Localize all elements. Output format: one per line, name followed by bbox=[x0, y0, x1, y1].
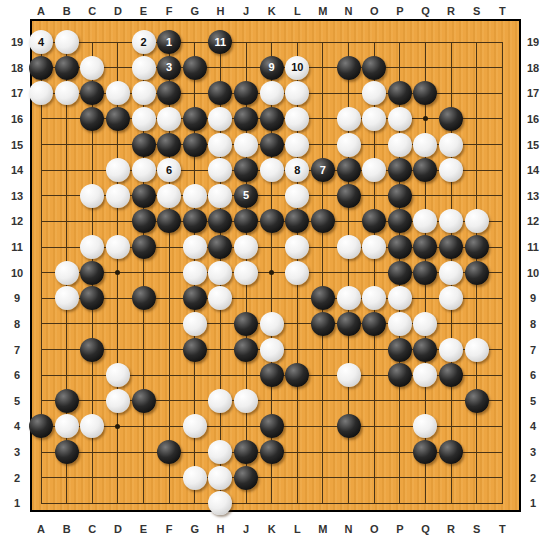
stone-K4[interactable] bbox=[260, 414, 284, 438]
col-label-top-E: E bbox=[140, 5, 147, 17]
stone-L16[interactable] bbox=[285, 107, 309, 131]
stone-K17[interactable] bbox=[260, 81, 284, 105]
stone-C10[interactable] bbox=[80, 261, 104, 285]
row-label-left-19: 19 bbox=[11, 36, 23, 48]
stone-K14[interactable] bbox=[260, 158, 284, 182]
stone-E14[interactable] bbox=[132, 158, 156, 182]
col-label-top-P: P bbox=[396, 5, 403, 17]
stone-Q15[interactable] bbox=[413, 133, 437, 157]
col-label-bottom-P: P bbox=[396, 523, 403, 535]
col-label-bottom-L: L bbox=[294, 523, 301, 535]
row-label-right-5: 5 bbox=[530, 395, 536, 407]
row-label-right-17: 17 bbox=[527, 87, 539, 99]
stone-L12[interactable] bbox=[285, 209, 309, 233]
stone-N11[interactable] bbox=[337, 235, 361, 259]
stone-K7[interactable] bbox=[260, 338, 284, 362]
stone-K18[interactable]: 9 bbox=[260, 56, 284, 80]
go-game-diagram: 4211139106875 AABBCCDDEEFFGGHHJJKKLLMMNN… bbox=[0, 0, 550, 550]
row-label-right-19: 19 bbox=[527, 36, 539, 48]
col-label-top-Q: Q bbox=[421, 5, 430, 17]
stone-E18[interactable] bbox=[132, 56, 156, 80]
stone-E17[interactable] bbox=[132, 81, 156, 105]
stone-H1[interactable] bbox=[208, 491, 232, 515]
move-number-1: 1 bbox=[166, 37, 172, 48]
stone-D11[interactable] bbox=[106, 235, 130, 259]
col-label-bottom-G: G bbox=[190, 523, 199, 535]
stone-P17[interactable] bbox=[388, 81, 412, 105]
stone-C18[interactable] bbox=[80, 56, 104, 80]
stone-F13[interactable] bbox=[157, 184, 181, 208]
stone-G2[interactable] bbox=[183, 466, 207, 490]
stone-G15[interactable] bbox=[183, 133, 207, 157]
grid-line-horizontal bbox=[41, 503, 503, 504]
stone-S7[interactable] bbox=[465, 338, 489, 362]
move-number-9: 9 bbox=[269, 62, 275, 73]
row-label-right-2: 2 bbox=[530, 472, 536, 484]
row-label-right-10: 10 bbox=[527, 267, 539, 279]
row-label-left-5: 5 bbox=[14, 395, 20, 407]
stone-J8[interactable] bbox=[234, 312, 258, 336]
stone-G11[interactable] bbox=[183, 235, 207, 259]
stone-A19[interactable]: 4 bbox=[29, 30, 53, 54]
stone-N6[interactable] bbox=[337, 363, 361, 387]
col-label-bottom-F: F bbox=[166, 523, 173, 535]
stone-F15[interactable] bbox=[157, 133, 181, 157]
stone-Q17[interactable] bbox=[413, 81, 437, 105]
stone-E12[interactable] bbox=[132, 209, 156, 233]
stone-L17[interactable] bbox=[285, 81, 309, 105]
row-label-right-3: 3 bbox=[530, 446, 536, 458]
stone-E13[interactable] bbox=[132, 184, 156, 208]
stone-B9[interactable] bbox=[55, 286, 79, 310]
row-label-right-18: 18 bbox=[527, 62, 539, 74]
row-label-left-11: 11 bbox=[11, 241, 23, 253]
stone-E15[interactable] bbox=[132, 133, 156, 157]
move-number-3: 3 bbox=[166, 62, 172, 73]
stone-H3[interactable] bbox=[208, 440, 232, 464]
stone-H11[interactable] bbox=[208, 235, 232, 259]
stone-H2[interactable] bbox=[208, 466, 232, 490]
stone-G13[interactable] bbox=[183, 184, 207, 208]
stone-G4[interactable] bbox=[183, 414, 207, 438]
stone-B5[interactable] bbox=[55, 389, 79, 413]
stone-N9[interactable] bbox=[337, 286, 361, 310]
stone-J2[interactable] bbox=[234, 466, 258, 490]
stone-O18[interactable] bbox=[362, 56, 386, 80]
col-label-bottom-B: B bbox=[63, 523, 71, 535]
stone-E11[interactable] bbox=[132, 235, 156, 259]
stone-J3[interactable] bbox=[234, 440, 258, 464]
stone-Q4[interactable] bbox=[413, 414, 437, 438]
stone-C17[interactable] bbox=[80, 81, 104, 105]
stone-O16[interactable] bbox=[362, 107, 386, 131]
stone-P15[interactable] bbox=[388, 133, 412, 157]
col-label-top-H: H bbox=[216, 5, 224, 17]
row-label-left-15: 15 bbox=[11, 139, 23, 151]
move-number-5: 5 bbox=[243, 190, 249, 201]
stone-F18[interactable]: 3 bbox=[157, 56, 181, 80]
row-label-right-8: 8 bbox=[530, 318, 536, 330]
stone-D16[interactable] bbox=[106, 107, 130, 131]
stone-F14[interactable]: 6 bbox=[157, 158, 181, 182]
stone-J7[interactable] bbox=[234, 338, 258, 362]
col-label-top-K: K bbox=[268, 5, 276, 17]
row-label-left-2: 2 bbox=[14, 472, 20, 484]
stone-R3[interactable] bbox=[439, 440, 463, 464]
stone-H17[interactable] bbox=[208, 81, 232, 105]
stone-H16[interactable] bbox=[208, 107, 232, 131]
stone-N16[interactable] bbox=[337, 107, 361, 131]
col-label-bottom-J: J bbox=[243, 523, 249, 535]
stone-R7[interactable] bbox=[439, 338, 463, 362]
grid-line-horizontal bbox=[41, 298, 503, 299]
stone-R9[interactable] bbox=[439, 286, 463, 310]
stone-P13[interactable] bbox=[388, 184, 412, 208]
stone-J13[interactable]: 5 bbox=[234, 184, 258, 208]
stone-G16[interactable] bbox=[183, 107, 207, 131]
col-label-top-N: N bbox=[345, 5, 353, 17]
stone-O9[interactable] bbox=[362, 286, 386, 310]
stone-O17[interactable] bbox=[362, 81, 386, 105]
stone-S11[interactable] bbox=[465, 235, 489, 259]
stone-L15[interactable] bbox=[285, 133, 309, 157]
stone-B17[interactable] bbox=[55, 81, 79, 105]
row-label-right-11: 11 bbox=[527, 241, 539, 253]
row-label-left-17: 17 bbox=[11, 87, 23, 99]
stone-P8[interactable] bbox=[388, 312, 412, 336]
stone-E19[interactable]: 2 bbox=[132, 30, 156, 54]
stone-D5[interactable] bbox=[106, 389, 130, 413]
move-number-10: 10 bbox=[291, 62, 303, 73]
stone-G18[interactable] bbox=[183, 56, 207, 80]
stone-B3[interactable] bbox=[55, 440, 79, 464]
stone-R10[interactable] bbox=[439, 261, 463, 285]
row-label-left-16: 16 bbox=[11, 113, 23, 125]
row-label-right-9: 9 bbox=[530, 292, 536, 304]
stone-N13[interactable] bbox=[337, 184, 361, 208]
row-label-right-6: 6 bbox=[530, 369, 536, 381]
stone-K16[interactable] bbox=[260, 107, 284, 131]
move-number-4: 4 bbox=[38, 37, 44, 48]
row-label-right-14: 14 bbox=[527, 164, 539, 176]
stone-K3[interactable] bbox=[260, 440, 284, 464]
stone-P9[interactable] bbox=[388, 286, 412, 310]
stone-E9[interactable] bbox=[132, 286, 156, 310]
stone-S5[interactable] bbox=[465, 389, 489, 413]
stone-C13[interactable] bbox=[80, 184, 104, 208]
star-point-Q16 bbox=[423, 116, 428, 121]
go-board[interactable]: 4211139106875 bbox=[30, 19, 521, 512]
stone-R11[interactable] bbox=[439, 235, 463, 259]
stone-B19[interactable] bbox=[55, 30, 79, 54]
grid-line-horizontal bbox=[41, 477, 503, 478]
stone-J14[interactable] bbox=[234, 158, 258, 182]
stone-H5[interactable] bbox=[208, 389, 232, 413]
stone-F17[interactable] bbox=[157, 81, 181, 105]
stone-R12[interactable] bbox=[439, 209, 463, 233]
col-label-top-F: F bbox=[166, 5, 173, 17]
stone-C16[interactable] bbox=[80, 107, 104, 131]
col-label-top-S: S bbox=[473, 5, 480, 17]
stone-N14[interactable] bbox=[337, 158, 361, 182]
stone-L18[interactable]: 10 bbox=[285, 56, 309, 80]
row-label-right-1: 1 bbox=[530, 497, 536, 509]
stone-J11[interactable] bbox=[234, 235, 258, 259]
col-label-top-A: A bbox=[37, 5, 45, 17]
stone-R6[interactable] bbox=[439, 363, 463, 387]
stone-S10[interactable] bbox=[465, 261, 489, 285]
stone-J15[interactable] bbox=[234, 133, 258, 157]
stone-C9[interactable] bbox=[80, 286, 104, 310]
stone-J17[interactable] bbox=[234, 81, 258, 105]
col-label-top-L: L bbox=[294, 5, 301, 17]
stone-G12[interactable] bbox=[183, 209, 207, 233]
row-label-right-7: 7 bbox=[530, 344, 536, 356]
col-label-top-J: J bbox=[243, 5, 249, 17]
stone-G10[interactable] bbox=[183, 261, 207, 285]
stone-M8[interactable] bbox=[311, 312, 335, 336]
stone-P14[interactable] bbox=[388, 158, 412, 182]
stone-C4[interactable] bbox=[80, 414, 104, 438]
row-label-left-18: 18 bbox=[11, 62, 23, 74]
stone-D17[interactable] bbox=[106, 81, 130, 105]
col-label-bottom-N: N bbox=[345, 523, 353, 535]
row-label-left-13: 13 bbox=[11, 190, 23, 202]
stone-J12[interactable] bbox=[234, 209, 258, 233]
row-label-left-12: 12 bbox=[11, 215, 23, 227]
col-label-top-T: T bbox=[499, 5, 506, 17]
stone-H12[interactable] bbox=[208, 209, 232, 233]
row-label-right-16: 16 bbox=[527, 113, 539, 125]
stone-P12[interactable] bbox=[388, 209, 412, 233]
stone-L14[interactable]: 8 bbox=[285, 158, 309, 182]
stone-N4[interactable] bbox=[337, 414, 361, 438]
col-label-bottom-C: C bbox=[88, 523, 96, 535]
col-label-bottom-O: O bbox=[370, 523, 379, 535]
row-label-left-10: 10 bbox=[11, 267, 23, 279]
stone-N8[interactable] bbox=[337, 312, 361, 336]
stone-Q11[interactable] bbox=[413, 235, 437, 259]
move-number-6: 6 bbox=[166, 165, 172, 176]
grid-line-vertical bbox=[502, 42, 503, 504]
stone-E5[interactable] bbox=[132, 389, 156, 413]
stone-B10[interactable] bbox=[55, 261, 79, 285]
stone-R16[interactable] bbox=[439, 107, 463, 131]
col-label-top-R: R bbox=[447, 5, 455, 17]
stone-S12[interactable] bbox=[465, 209, 489, 233]
stone-L6[interactable] bbox=[285, 363, 309, 387]
stone-N18[interactable] bbox=[337, 56, 361, 80]
stone-G7[interactable] bbox=[183, 338, 207, 362]
row-label-left-9: 9 bbox=[14, 292, 20, 304]
stone-H10[interactable] bbox=[208, 261, 232, 285]
star-point-D10 bbox=[115, 270, 120, 275]
stone-A17[interactable] bbox=[29, 81, 53, 105]
move-number-8: 8 bbox=[294, 165, 300, 176]
stone-Q12[interactable] bbox=[413, 209, 437, 233]
stone-Q3[interactable] bbox=[413, 440, 437, 464]
stone-R15[interactable] bbox=[439, 133, 463, 157]
grid-line-vertical bbox=[322, 42, 323, 504]
stone-J16[interactable] bbox=[234, 107, 258, 131]
row-label-left-6: 6 bbox=[14, 369, 20, 381]
stone-R14[interactable] bbox=[439, 158, 463, 182]
col-label-bottom-R: R bbox=[447, 523, 455, 535]
row-label-right-13: 13 bbox=[527, 190, 539, 202]
stone-H19[interactable]: 11 bbox=[208, 30, 232, 54]
stone-D14[interactable] bbox=[106, 158, 130, 182]
star-point-D4 bbox=[115, 424, 120, 429]
stone-K12[interactable] bbox=[260, 209, 284, 233]
stone-C7[interactable] bbox=[80, 338, 104, 362]
col-label-top-C: C bbox=[88, 5, 96, 17]
col-label-bottom-Q: Q bbox=[421, 523, 430, 535]
stone-O11[interactable] bbox=[362, 235, 386, 259]
stone-C11[interactable] bbox=[80, 235, 104, 259]
stone-F12[interactable] bbox=[157, 209, 181, 233]
move-number-7: 7 bbox=[320, 165, 326, 176]
col-label-top-O: O bbox=[370, 5, 379, 17]
stone-H9[interactable] bbox=[208, 286, 232, 310]
stone-G8[interactable] bbox=[183, 312, 207, 336]
stone-L11[interactable] bbox=[285, 235, 309, 259]
row-label-left-4: 4 bbox=[14, 420, 20, 432]
stone-P10[interactable] bbox=[388, 261, 412, 285]
stone-O8[interactable] bbox=[362, 312, 386, 336]
stone-M12[interactable] bbox=[311, 209, 335, 233]
col-label-bottom-M: M bbox=[318, 523, 327, 535]
stone-D6[interactable] bbox=[106, 363, 130, 387]
star-point-K10 bbox=[269, 270, 274, 275]
stone-P11[interactable] bbox=[388, 235, 412, 259]
stone-M9[interactable] bbox=[311, 286, 335, 310]
stone-K15[interactable] bbox=[260, 133, 284, 157]
stone-A18[interactable] bbox=[29, 56, 53, 80]
row-label-left-8: 8 bbox=[14, 318, 20, 330]
col-label-bottom-K: K bbox=[268, 523, 276, 535]
stone-K8[interactable] bbox=[260, 312, 284, 336]
col-label-top-D: D bbox=[114, 5, 122, 17]
col-label-top-M: M bbox=[318, 5, 327, 17]
stone-P6[interactable] bbox=[388, 363, 412, 387]
stone-K6[interactable] bbox=[260, 363, 284, 387]
stone-G9[interactable] bbox=[183, 286, 207, 310]
row-label-right-4: 4 bbox=[530, 420, 536, 432]
stone-B18[interactable] bbox=[55, 56, 79, 80]
stone-H13[interactable] bbox=[208, 184, 232, 208]
stone-P7[interactable] bbox=[388, 338, 412, 362]
stone-Q7[interactable] bbox=[413, 338, 437, 362]
col-label-bottom-S: S bbox=[473, 523, 480, 535]
stone-H15[interactable] bbox=[208, 133, 232, 157]
stone-M14[interactable]: 7 bbox=[311, 158, 335, 182]
stone-Q6[interactable] bbox=[413, 363, 437, 387]
stone-Q10[interactable] bbox=[413, 261, 437, 285]
stone-L13[interactable] bbox=[285, 184, 309, 208]
stone-L10[interactable] bbox=[285, 261, 309, 285]
col-label-top-G: G bbox=[190, 5, 199, 17]
col-label-bottom-E: E bbox=[140, 523, 147, 535]
stone-O14[interactable] bbox=[362, 158, 386, 182]
row-label-left-14: 14 bbox=[11, 164, 23, 176]
move-number-2: 2 bbox=[140, 37, 146, 48]
col-label-bottom-T: T bbox=[499, 523, 506, 535]
stone-N15[interactable] bbox=[337, 133, 361, 157]
stone-Q14[interactable] bbox=[413, 158, 437, 182]
stone-Q8[interactable] bbox=[413, 312, 437, 336]
col-label-top-B: B bbox=[63, 5, 71, 17]
col-label-bottom-A: A bbox=[37, 523, 45, 535]
col-label-bottom-D: D bbox=[114, 523, 122, 535]
stone-J5[interactable] bbox=[234, 389, 258, 413]
stone-H14[interactable] bbox=[208, 158, 232, 182]
row-label-left-3: 3 bbox=[14, 446, 20, 458]
row-label-left-1: 1 bbox=[14, 497, 20, 509]
stone-F3[interactable] bbox=[157, 440, 181, 464]
stone-J10[interactable] bbox=[234, 261, 258, 285]
row-label-right-15: 15 bbox=[527, 139, 539, 151]
row-label-left-7: 7 bbox=[14, 344, 20, 356]
col-label-bottom-H: H bbox=[216, 523, 224, 535]
stone-E16[interactable] bbox=[132, 107, 156, 131]
stone-F19[interactable]: 1 bbox=[157, 30, 181, 54]
stone-D13[interactable] bbox=[106, 184, 130, 208]
stone-P16[interactable] bbox=[388, 107, 412, 131]
stone-F16[interactable] bbox=[157, 107, 181, 131]
row-label-right-12: 12 bbox=[527, 215, 539, 227]
stone-O12[interactable] bbox=[362, 209, 386, 233]
move-number-11: 11 bbox=[215, 37, 227, 48]
stone-A4[interactable] bbox=[29, 414, 53, 438]
stone-B4[interactable] bbox=[55, 414, 79, 438]
